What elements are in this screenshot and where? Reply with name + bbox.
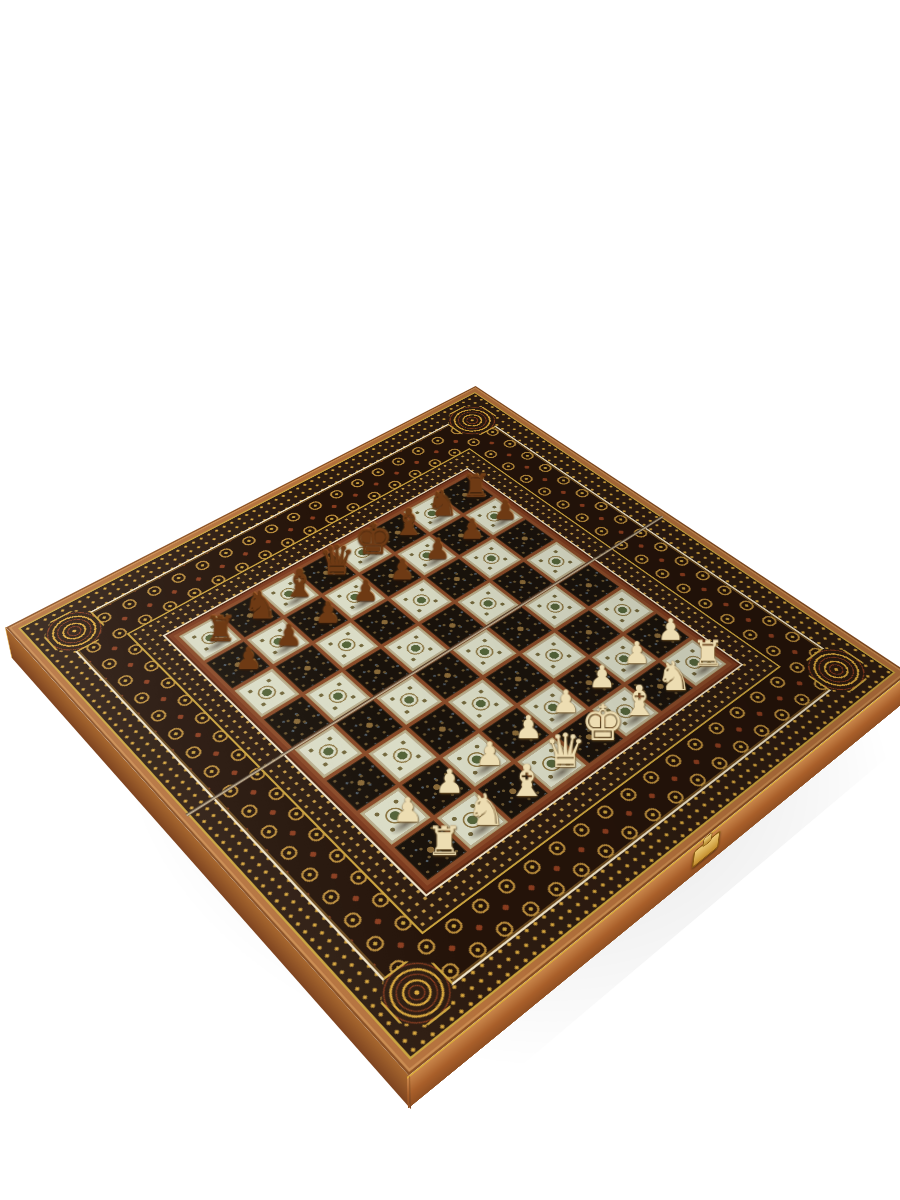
piece-white-pawn[interactable]: ♟ (623, 638, 650, 668)
piece-black-king[interactable]: ♚ (353, 518, 392, 561)
piece-white-bishop[interactable]: ♝ (506, 759, 546, 803)
piece-white-knight[interactable]: ♞ (656, 656, 692, 696)
piece-white-pawn[interactable]: ♟ (552, 686, 580, 717)
piece-black-rook[interactable]: ♜ (461, 471, 489, 502)
piece-black-pawn[interactable]: ♟ (235, 644, 262, 675)
piece-white-rook[interactable]: ♜ (426, 822, 462, 862)
piece-black-pawn[interactable]: ♟ (425, 536, 450, 564)
piece-white-king[interactable]: ♚ (580, 699, 624, 748)
piece-white-pawn[interactable]: ♟ (588, 662, 616, 693)
piece-white-queen[interactable]: ♛ (544, 728, 586, 775)
piece-black-bishop[interactable]: ♝ (391, 504, 424, 541)
piece-black-rook[interactable]: ♜ (204, 612, 235, 647)
piece-black-pawn[interactable]: ♟ (389, 556, 415, 585)
piece-white-knight[interactable]: ♞ (466, 788, 506, 832)
chess-board: ♜♞♝♛♚♝♞♜♟♟♟♟♟♟♟♟♟♟♟♟♟♟♟♟♜♞♝♛♚♝♞♜ (6, 386, 900, 1076)
piece-white-pawn[interactable]: ♟ (475, 738, 504, 771)
piece-black-pawn[interactable]: ♟ (314, 598, 340, 628)
piece-white-pawn[interactable]: ♟ (392, 794, 422, 828)
piece-black-bishop[interactable]: ♝ (282, 564, 317, 603)
piece-black-queen[interactable]: ♛ (318, 540, 355, 581)
photo-stage: ♜♞♝♛♚♝♞♜♟♟♟♟♟♟♟♟♟♟♟♟♟♟♟♟♜♞♝♛♚♝♞♜ (0, 0, 900, 1200)
piece-white-bishop[interactable]: ♝ (620, 680, 658, 722)
piece-black-knight[interactable]: ♞ (243, 586, 277, 624)
piece-black-pawn[interactable]: ♟ (352, 577, 378, 606)
piece-white-pawn[interactable]: ♟ (514, 712, 543, 744)
piece-black-pawn[interactable]: ♟ (459, 516, 484, 544)
piece-white-pawn[interactable]: ♟ (434, 765, 464, 798)
piece-white-pawn[interactable]: ♟ (657, 615, 684, 645)
piece-white-rook[interactable]: ♜ (692, 637, 724, 673)
piece-black-pawn[interactable]: ♟ (275, 621, 302, 651)
piece-black-pawn[interactable]: ♟ (493, 497, 517, 524)
piece-black-knight[interactable]: ♞ (426, 486, 458, 521)
